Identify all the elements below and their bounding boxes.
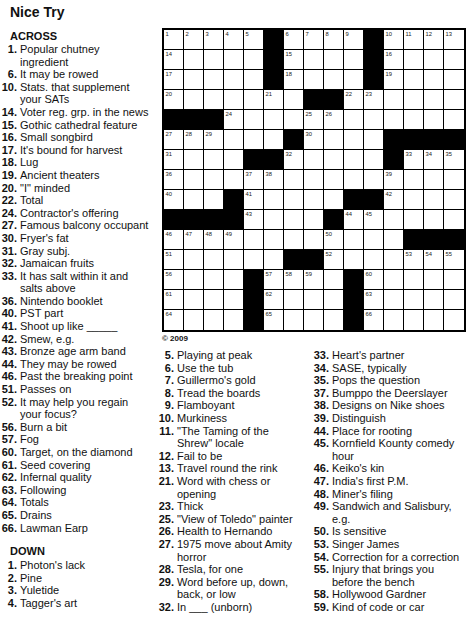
- grid-cell-12-6[interactable]: [264, 250, 284, 270]
- clue-across-46: 46.Past the breaking point: [0, 370, 165, 383]
- clue-text: Tesla, for one: [177, 563, 243, 576]
- black-cell-9-11: [364, 190, 384, 210]
- grid-cell-4-6[interactable]: 21: [264, 90, 284, 110]
- clue-across-30: 30.Fryer's fat: [0, 232, 165, 245]
- grid-cell-6-6[interactable]: [264, 130, 284, 150]
- grid-cell-9-6[interactable]: [264, 190, 284, 210]
- clue-text: Gothic cathedral feature: [20, 119, 137, 132]
- grid-cell-5-6[interactable]: [264, 110, 284, 130]
- grid-cell-8-15[interactable]: [444, 170, 464, 190]
- grid-cell-12-4[interactable]: [224, 250, 244, 270]
- black-cell-2-11: [364, 50, 384, 70]
- grid-cell-15-12[interactable]: [384, 310, 404, 330]
- clue-number: 65.: [0, 509, 17, 522]
- grid-cell-1-5[interactable]: 5: [244, 30, 264, 50]
- grid-cell-12-11[interactable]: [364, 250, 384, 270]
- cell-number: 27: [166, 131, 172, 138]
- clue-number: 21.: [157, 475, 174, 488]
- grid-cell-14-8[interactable]: [304, 290, 324, 310]
- grid-cell-1-1[interactable]: 1: [164, 30, 184, 50]
- clue-text: Use the tub: [177, 362, 233, 375]
- grid-cell-14-13[interactable]: [404, 290, 424, 310]
- grid-cell-14-4[interactable]: [224, 290, 244, 310]
- grid-cell-9-9[interactable]: [324, 190, 344, 210]
- grid-cell-13-8[interactable]: 59: [304, 270, 324, 290]
- grid-cell-2-5[interactable]: [244, 50, 264, 70]
- clue-across-1: 1.Popular chutney ingredient: [0, 43, 165, 68]
- grid-cell-6-4[interactable]: [224, 130, 244, 150]
- black-cell-10-1: [164, 210, 184, 230]
- clue-number: 15.: [0, 119, 17, 132]
- grid-cell-15-8[interactable]: [304, 310, 324, 330]
- clue-down-23: 23.Thick: [157, 500, 315, 513]
- grid-cell-1-9[interactable]: 8: [324, 30, 344, 50]
- cell-number: 60: [366, 271, 372, 278]
- grid-cell-3-4[interactable]: [224, 70, 244, 90]
- grid-cell-12-2[interactable]: [184, 250, 204, 270]
- grid-cell-1-3[interactable]: 3: [204, 30, 224, 50]
- cell-number: 30: [306, 131, 312, 138]
- grid-cell-8-11[interactable]: [364, 170, 384, 190]
- grid-cell-2-9[interactable]: [324, 50, 344, 70]
- grid-cell-8-3[interactable]: [204, 170, 224, 190]
- black-cell-5-1: [164, 110, 184, 130]
- grid-cell-9-14[interactable]: [424, 190, 444, 210]
- grid-cell-15-7[interactable]: [284, 310, 304, 330]
- cell-number: 28: [186, 131, 192, 138]
- clue-across-27: 27.Famous balcony occupant: [0, 219, 165, 232]
- grid-cell-7-11[interactable]: [364, 150, 384, 170]
- grid-cell-15-14[interactable]: [424, 310, 444, 330]
- grid-cell-2-8[interactable]: [304, 50, 324, 70]
- clue-down-12: 12.Fail to be: [157, 450, 315, 463]
- grid-cell-2-10[interactable]: [344, 50, 364, 70]
- clue-text: Guillermo's gold: [177, 374, 256, 387]
- grid-cell-8-1[interactable]: 36: [164, 170, 184, 190]
- grid-cell-14-11[interactable]: 63: [364, 290, 384, 310]
- grid-cell-11-7[interactable]: [284, 230, 304, 250]
- grid-cell-10-5[interactable]: 43: [244, 210, 264, 230]
- grid-cell-3-7[interactable]: 18: [284, 70, 304, 90]
- clue-number: 33.: [312, 349, 329, 362]
- clue-down-28: 28.Tesla, for one: [157, 563, 315, 576]
- grid-cell-12-12[interactable]: [384, 250, 404, 270]
- cell-number: 14: [166, 51, 172, 58]
- grid-cell-6-8[interactable]: 30: [304, 130, 324, 150]
- grid-cell-15-15[interactable]: [444, 310, 464, 330]
- clue-text: Photon's lack: [20, 559, 85, 572]
- clue-text: Ancient theaters: [20, 169, 100, 182]
- grid-cell-3-1[interactable]: 17: [164, 70, 184, 90]
- grid-cell-10-6[interactable]: [264, 210, 284, 230]
- clue-number: 40.: [0, 307, 17, 320]
- grid-cell-4-10[interactable]: 22: [344, 90, 364, 110]
- cell-number: 57: [266, 271, 272, 278]
- grid-cell-9-13[interactable]: [404, 190, 424, 210]
- clue-across-52: 52.It may help you regain your focus?: [0, 396, 165, 421]
- clue-text: Smew, e.g.: [20, 333, 74, 346]
- cell-number: 53: [406, 251, 412, 258]
- grid-cell-14-15[interactable]: [444, 290, 464, 310]
- clue-text: Stats. that supplement your SATs: [20, 81, 129, 106]
- grid-cell-9-1[interactable]: 40: [164, 190, 184, 210]
- clue-number: 23.: [157, 500, 174, 513]
- black-cell-15-10: [344, 310, 364, 330]
- grid-cell-13-9[interactable]: [324, 270, 344, 290]
- grid-cell-5-8[interactable]: 25: [304, 110, 324, 130]
- grid-cell-14-2[interactable]: [184, 290, 204, 310]
- grid-cell-9-7[interactable]: [284, 190, 304, 210]
- clue-number: 17.: [0, 144, 17, 157]
- cell-number: 51: [166, 251, 172, 258]
- grid-cell-14-14[interactable]: [424, 290, 444, 310]
- grid-cell-11-12[interactable]: [384, 230, 404, 250]
- grid-cell-4-7[interactable]: [284, 90, 304, 110]
- grid-cell-4-14[interactable]: [424, 90, 444, 110]
- grid-cell-5-10[interactable]: [344, 110, 364, 130]
- grid-cell-1-8[interactable]: 7: [304, 30, 324, 50]
- clue-down-44: 44.Place for rooting: [312, 425, 474, 438]
- grid-cell-12-13[interactable]: 53: [404, 250, 424, 270]
- grid-cell-7-1[interactable]: 31: [164, 150, 184, 170]
- clue-number: 8.: [157, 387, 174, 400]
- clue-number: 39.: [312, 412, 329, 425]
- grid-cell-5-11[interactable]: [364, 110, 384, 130]
- clue-text: Tread the boards: [177, 387, 260, 400]
- clue-number: 60.: [0, 446, 17, 459]
- grid-cell-2-3[interactable]: [204, 50, 224, 70]
- clue-text: India's first P.M.: [332, 475, 408, 488]
- grid-cell-3-13[interactable]: [404, 70, 424, 90]
- grid-cell-11-9[interactable]: 50: [324, 230, 344, 250]
- clue-down-34: 34.SASE, typically: [312, 362, 474, 375]
- grid-cell-14-3[interactable]: [204, 290, 224, 310]
- grid-cell-5-5[interactable]: [244, 110, 264, 130]
- black-cell-6-12: [384, 130, 404, 150]
- clue-number: 32.: [157, 601, 174, 614]
- grid-cell-12-5[interactable]: [244, 250, 264, 270]
- grid-cell-8-9[interactable]: [324, 170, 344, 190]
- grid-cell-1-15[interactable]: 13: [444, 30, 464, 50]
- grid-cell-11-6[interactable]: [264, 230, 284, 250]
- clue-down-5: 5.Playing at peak: [157, 349, 315, 362]
- grid-cell-11-5[interactable]: [244, 230, 264, 250]
- grid-cell-13-1[interactable]: 56: [164, 270, 184, 290]
- grid-cell-3-3[interactable]: [204, 70, 224, 90]
- clue-text: Murkiness: [177, 412, 227, 425]
- grid-cell-1-14[interactable]: 12: [424, 30, 444, 50]
- grid-cell-15-9[interactable]: [324, 310, 344, 330]
- grid-cell-8-6[interactable]: 38: [264, 170, 284, 190]
- grid-cell-15-4[interactable]: [224, 310, 244, 330]
- cell-number: 16: [386, 51, 392, 58]
- cell-number: 19: [386, 71, 392, 78]
- clue-text: Famous balcony occupant: [20, 219, 148, 232]
- grid-cell-11-2[interactable]: 47: [184, 230, 204, 250]
- grid-cell-2-12[interactable]: 16: [384, 50, 404, 70]
- grid-cell-7-15[interactable]: 35: [444, 150, 464, 170]
- clue-text: Fail to be: [177, 450, 222, 463]
- grid-cell-14-7[interactable]: [284, 290, 304, 310]
- grid-cell-11-1[interactable]: 46: [164, 230, 184, 250]
- grid-cell-13-6[interactable]: 57: [264, 270, 284, 290]
- grid-cell-12-10[interactable]: [344, 250, 364, 270]
- clue-number: 62.: [0, 471, 17, 484]
- black-cell-7-5: [244, 150, 264, 170]
- grid-cell-11-11[interactable]: [364, 230, 384, 250]
- grid-cell-9-12[interactable]: 42: [384, 190, 404, 210]
- clue-number: 11.: [157, 425, 174, 438]
- grid-cell-12-14[interactable]: 54: [424, 250, 444, 270]
- clue-number: 28.: [157, 563, 174, 576]
- grid-cell-4-2[interactable]: [184, 90, 204, 110]
- clue-text: Thick: [177, 500, 203, 513]
- grid-cell-7-2[interactable]: [184, 150, 204, 170]
- grid-cell-5-9[interactable]: 26: [324, 110, 344, 130]
- grid-cell-3-8[interactable]: [304, 70, 324, 90]
- grid-cell-8-14[interactable]: [424, 170, 444, 190]
- grid-cell-6-10[interactable]: [344, 130, 364, 150]
- grid-cell-4-11[interactable]: 23: [364, 90, 384, 110]
- grid-cell-2-7[interactable]: 15: [284, 50, 304, 70]
- grid-cell-1-4[interactable]: 4: [224, 30, 244, 50]
- grid-cell-7-8[interactable]: [304, 150, 324, 170]
- grid-cell-14-12[interactable]: [384, 290, 404, 310]
- grid-cell-5-13[interactable]: [404, 110, 424, 130]
- cell-number: 36: [166, 171, 172, 178]
- grid-cell-5-4[interactable]: 24: [224, 110, 244, 130]
- clue-down-13: 13.Travel round the rink: [157, 462, 315, 475]
- clue-down-11: 11."The Taming of the Shrew" locale: [157, 425, 315, 450]
- grid-cell-11-10[interactable]: [344, 230, 364, 250]
- grid-cell-10-12[interactable]: [384, 210, 404, 230]
- grid-cell-2-13[interactable]: [404, 50, 424, 70]
- grid-cell-7-13[interactable]: 33: [404, 150, 424, 170]
- grid-cell-9-5[interactable]: 41: [244, 190, 264, 210]
- black-cell-14-10: [344, 290, 364, 310]
- clue-text: It may be rowed: [20, 68, 98, 81]
- grid-cell-4-13[interactable]: [404, 90, 424, 110]
- grid-cell-4-12[interactable]: [384, 90, 404, 110]
- grid-cell-15-11[interactable]: 66: [364, 310, 384, 330]
- clue-down-45: 45.Kornfield Kounty comedy hour: [312, 437, 474, 462]
- grid-cell-6-11[interactable]: [364, 130, 384, 150]
- grid-cell-12-9[interactable]: 52: [324, 250, 344, 270]
- grid-cell-8-4[interactable]: [224, 170, 244, 190]
- grid-cell-1-13[interactable]: 11: [404, 30, 424, 50]
- grid-cell-3-9[interactable]: [324, 70, 344, 90]
- grid-cell-9-15[interactable]: [444, 190, 464, 210]
- grid-cell-12-1[interactable]: 51: [164, 250, 184, 270]
- grid-cell-10-14[interactable]: [424, 210, 444, 230]
- grid-cell-10-13[interactable]: [404, 210, 424, 230]
- down-clue-list-part3: 33.Heart's partner34.SASE, typically35.P…: [312, 349, 474, 613]
- grid-cell-4-4[interactable]: [224, 90, 244, 110]
- grid-cell-5-7[interactable]: [284, 110, 304, 130]
- grid-cell-4-1[interactable]: 20: [164, 90, 184, 110]
- grid-cell-6-9[interactable]: [324, 130, 344, 150]
- clue-down-50: 50.Is sensitive: [312, 525, 474, 538]
- grid-cell-8-2[interactable]: [184, 170, 204, 190]
- cell-number: 31: [166, 151, 172, 158]
- grid-cell-15-6[interactable]: 65: [264, 310, 284, 330]
- grid-cell-8-12[interactable]: 39: [384, 170, 404, 190]
- grid-cell-13-12[interactable]: [384, 270, 404, 290]
- grid-cell-2-1[interactable]: 14: [164, 50, 184, 70]
- grid-cell-5-12[interactable]: [384, 110, 404, 130]
- grid-cell-10-11[interactable]: 45: [364, 210, 384, 230]
- black-cell-7-6: [264, 150, 284, 170]
- clue-across-33: 33.It has salt within it and salts above: [0, 270, 165, 295]
- grid-cell-2-2[interactable]: [184, 50, 204, 70]
- grid-cell-9-8[interactable]: [304, 190, 324, 210]
- clue-text: Total: [20, 194, 43, 207]
- clue-text: Voter reg. grp. in the news: [20, 106, 148, 119]
- grid-cell-5-14[interactable]: [424, 110, 444, 130]
- cell-number: 32: [286, 151, 292, 158]
- grid-cell-10-15[interactable]: [444, 210, 464, 230]
- grid-cell-13-11[interactable]: 60: [364, 270, 384, 290]
- clue-text: Correction for a correction: [332, 551, 459, 564]
- cell-number: 2: [186, 31, 189, 38]
- cell-number: 55: [446, 251, 452, 258]
- grid-cell-2-4[interactable]: [224, 50, 244, 70]
- black-cell-10-4: [224, 210, 244, 230]
- grid-cell-14-1[interactable]: 61: [164, 290, 184, 310]
- cell-number: 34: [426, 151, 432, 158]
- grid-cell-7-10[interactable]: [344, 150, 364, 170]
- grid-cell-9-2[interactable]: [184, 190, 204, 210]
- clue-number: 59.: [312, 601, 329, 614]
- grid-cell-9-3[interactable]: [204, 190, 224, 210]
- clue-number: 27.: [157, 538, 174, 551]
- clue-across-66: 66.Lawman Earp: [0, 522, 165, 535]
- grid-cell-7-9[interactable]: [324, 150, 344, 170]
- grid-cell-12-15[interactable]: 55: [444, 250, 464, 270]
- grid-cell-6-5[interactable]: [244, 130, 264, 150]
- grid-cell-13-4[interactable]: [224, 270, 244, 290]
- clue-number: 2.: [0, 572, 17, 585]
- grid-cell-11-3[interactable]: 48: [204, 230, 224, 250]
- grid-cell-4-15[interactable]: [444, 90, 464, 110]
- clue-number: 13.: [157, 462, 174, 475]
- clue-down-4: 4.Tagger's art: [0, 597, 165, 610]
- grid-cell-10-10[interactable]: 44: [344, 210, 364, 230]
- clue-text: Infernal quality: [20, 471, 92, 484]
- clue-down-9: 9.Flamboyant: [157, 399, 315, 412]
- grid-cell-7-7[interactable]: 32: [284, 150, 304, 170]
- cell-number: 61: [166, 291, 172, 298]
- clue-number: 14.: [0, 106, 17, 119]
- grid-cell-10-8[interactable]: [304, 210, 324, 230]
- cell-number: 44: [346, 211, 352, 218]
- black-cell-9-4: [224, 190, 244, 210]
- grid-cell-3-5[interactable]: [244, 70, 264, 90]
- grid-cell-6-2[interactable]: 28: [184, 130, 204, 150]
- clue-text: Health to Hernando: [177, 525, 272, 538]
- clue-text: Lug: [20, 156, 38, 169]
- grid-cell-13-3[interactable]: [204, 270, 224, 290]
- grid-cell-7-14[interactable]: 34: [424, 150, 444, 170]
- black-cell-4-8: [304, 90, 324, 110]
- grid-cell-8-5[interactable]: 37: [244, 170, 264, 190]
- grid-cell-11-8[interactable]: [304, 230, 324, 250]
- grid-cell-3-14[interactable]: [424, 70, 444, 90]
- grid-cell-3-10[interactable]: [344, 70, 364, 90]
- grid-cell-3-15[interactable]: [444, 70, 464, 90]
- grid-cell-4-5[interactable]: [244, 90, 264, 110]
- grid-cell-13-14[interactable]: [424, 270, 444, 290]
- cell-number: 56: [166, 271, 172, 278]
- grid-cell-6-3[interactable]: 29: [204, 130, 224, 150]
- grid-cell-2-14[interactable]: [424, 50, 444, 70]
- grid-cell-12-3[interactable]: [204, 250, 224, 270]
- clue-across-43: 43.Bronze age arm band: [0, 345, 165, 358]
- cell-number: 6: [286, 31, 289, 38]
- clue-text: Burn a bit: [20, 421, 67, 434]
- grid-cell-2-15[interactable]: [444, 50, 464, 70]
- grid-cell-3-2[interactable]: [184, 70, 204, 90]
- grid-cell-14-6[interactable]: 62: [264, 290, 284, 310]
- grid-cell-8-13[interactable]: [404, 170, 424, 190]
- grid-cell-1-7[interactable]: 6: [284, 30, 304, 50]
- grid-cell-1-2[interactable]: 2: [184, 30, 204, 50]
- grid-cell-1-12[interactable]: 10: [384, 30, 404, 50]
- grid-cell-8-7[interactable]: [284, 170, 304, 190]
- clue-text: Nintendo booklet: [20, 295, 103, 308]
- grid-cell-3-12[interactable]: 19: [384, 70, 404, 90]
- clue-number: 41.: [0, 320, 17, 333]
- grid-cell-13-13[interactable]: [404, 270, 424, 290]
- grid-cell-11-4[interactable]: 49: [224, 230, 244, 250]
- clue-down-35: 35.Pops the question: [312, 374, 474, 387]
- clue-text: Bumppo the Deerslayer: [332, 387, 448, 400]
- clue-across-64: 64.Totals: [0, 496, 165, 509]
- grid-cell-7-3[interactable]: [204, 150, 224, 170]
- cell-number: 41: [246, 191, 252, 198]
- clue-across-10: 10.Stats. that supplement your SATs: [0, 81, 165, 106]
- grid-cell-6-1[interactable]: 27: [164, 130, 184, 150]
- grid-cell-13-7[interactable]: 58: [284, 270, 304, 290]
- grid-cell-15-13[interactable]: [404, 310, 424, 330]
- left-clue-column: ACROSS 1.Popular chutney ingredient6.It …: [0, 30, 165, 610]
- grid-cell-4-3[interactable]: [204, 90, 224, 110]
- grid-cell-13-2[interactable]: [184, 270, 204, 290]
- grid-cell-14-9[interactable]: [324, 290, 344, 310]
- clue-number: 5.: [157, 349, 174, 362]
- grid-cell-15-1[interactable]: 64: [164, 310, 184, 330]
- clue-down-53: 53.Singer James: [312, 538, 474, 551]
- clue-across-42: 42.Smew, e.g.: [0, 333, 165, 346]
- clue-text: Bronze age arm band: [20, 345, 126, 358]
- grid-cell-5-15[interactable]: [444, 110, 464, 130]
- grid-cell-1-10[interactable]: 9: [344, 30, 364, 50]
- clue-down-33: 33.Heart's partner: [312, 349, 474, 362]
- grid-cell-7-4[interactable]: [224, 150, 244, 170]
- clue-number: 48.: [312, 488, 329, 501]
- grid-cell-8-10[interactable]: [344, 170, 364, 190]
- grid-cell-8-8[interactable]: [304, 170, 324, 190]
- cell-number: 49: [226, 231, 232, 238]
- grid-cell-15-3[interactable]: [204, 310, 224, 330]
- clue-text: It's bound for harvest: [20, 144, 122, 157]
- clue-number: 51.: [0, 383, 17, 396]
- grid-cell-10-7[interactable]: [284, 210, 304, 230]
- cell-number: 29: [206, 131, 212, 138]
- grid-cell-15-2[interactable]: [184, 310, 204, 330]
- grid-cell-13-15[interactable]: [444, 270, 464, 290]
- clue-down-27: 27.1975 move about Amity horror: [157, 538, 315, 563]
